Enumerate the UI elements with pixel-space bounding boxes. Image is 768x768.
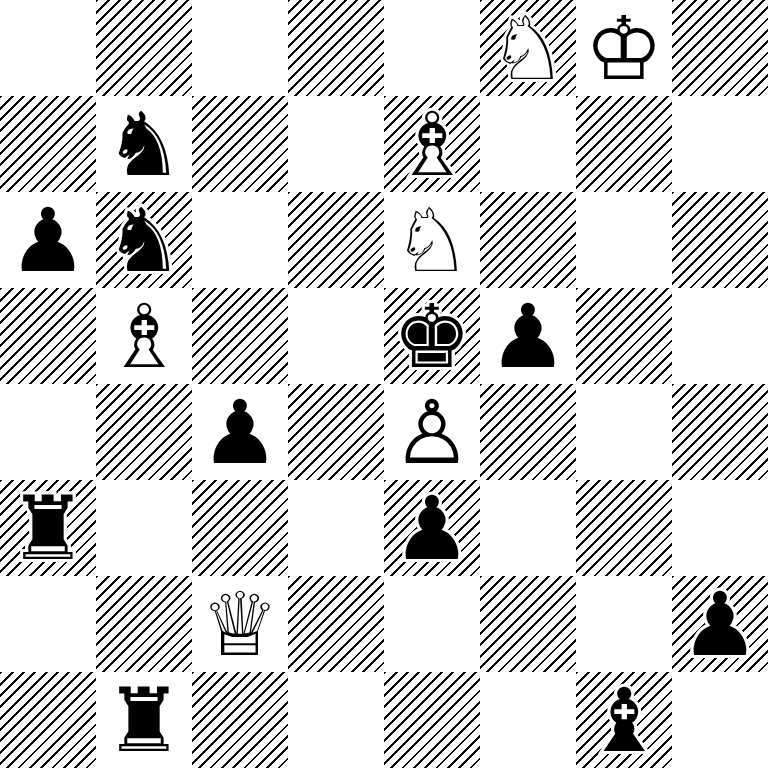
square-b5[interactable]	[96, 288, 192, 384]
square-h5[interactable]	[672, 288, 768, 384]
square-e5[interactable]	[384, 288, 480, 384]
square-d6[interactable]	[288, 192, 384, 288]
square-h7[interactable]	[672, 96, 768, 192]
square-d4[interactable]	[288, 384, 384, 480]
square-b7[interactable]	[96, 96, 192, 192]
white-bishop-b5[interactable]	[96, 288, 192, 384]
square-g3[interactable]	[576, 480, 672, 576]
white-pawn-e4[interactable]	[384, 384, 480, 480]
square-f2[interactable]	[480, 576, 576, 672]
chess-diagram	[0, 0, 768, 768]
square-c2[interactable]	[192, 576, 288, 672]
square-c6[interactable]	[192, 192, 288, 288]
square-h1[interactable]	[672, 672, 768, 768]
square-c3[interactable]	[192, 480, 288, 576]
square-b4[interactable]	[96, 384, 192, 480]
square-f8[interactable]	[480, 0, 576, 96]
square-a1[interactable]	[0, 672, 96, 768]
black-knight-b7[interactable]	[96, 96, 192, 192]
square-d2[interactable]	[288, 576, 384, 672]
square-e2[interactable]	[384, 576, 480, 672]
square-d5[interactable]	[288, 288, 384, 384]
square-g5[interactable]	[576, 288, 672, 384]
square-e7[interactable]	[384, 96, 480, 192]
square-c1[interactable]	[192, 672, 288, 768]
square-d3[interactable]	[288, 480, 384, 576]
square-g8[interactable]	[576, 0, 672, 96]
white-queen-c2[interactable]	[192, 576, 288, 672]
square-e8[interactable]	[384, 0, 480, 96]
white-knight-f8[interactable]	[480, 0, 576, 96]
square-b1[interactable]	[96, 672, 192, 768]
square-h8[interactable]	[672, 0, 768, 96]
square-f7[interactable]	[480, 96, 576, 192]
black-rook-a3[interactable]	[0, 480, 96, 576]
square-h6[interactable]	[672, 192, 768, 288]
square-f3[interactable]	[480, 480, 576, 576]
square-g2[interactable]	[576, 576, 672, 672]
square-g6[interactable]	[576, 192, 672, 288]
square-c8[interactable]	[192, 0, 288, 96]
square-d1[interactable]	[288, 672, 384, 768]
square-b8[interactable]	[96, 0, 192, 96]
square-h4[interactable]	[672, 384, 768, 480]
white-king-g8[interactable]	[576, 0, 672, 96]
square-g1[interactable]	[576, 672, 672, 768]
square-f4[interactable]	[480, 384, 576, 480]
black-pawn-e3[interactable]	[384, 480, 480, 576]
black-pawn-h2[interactable]	[672, 576, 768, 672]
square-c7[interactable]	[192, 96, 288, 192]
square-a5[interactable]	[0, 288, 96, 384]
square-a2[interactable]	[0, 576, 96, 672]
chess-board	[0, 0, 768, 768]
square-c4[interactable]	[192, 384, 288, 480]
square-a8[interactable]	[0, 0, 96, 96]
square-e1[interactable]	[384, 672, 480, 768]
black-bishop-g1[interactable]	[576, 672, 672, 768]
square-a7[interactable]	[0, 96, 96, 192]
square-f5[interactable]	[480, 288, 576, 384]
square-a6[interactable]	[0, 192, 96, 288]
white-knight-e6[interactable]	[384, 192, 480, 288]
black-rook-b1[interactable]	[96, 672, 192, 768]
square-f1[interactable]	[480, 672, 576, 768]
square-e3[interactable]	[384, 480, 480, 576]
square-b6[interactable]	[96, 192, 192, 288]
black-pawn-f5[interactable]	[480, 288, 576, 384]
square-b3[interactable]	[96, 480, 192, 576]
black-pawn-a6[interactable]	[0, 192, 96, 288]
square-b2[interactable]	[96, 576, 192, 672]
square-e6[interactable]	[384, 192, 480, 288]
black-king-e5[interactable]	[384, 288, 480, 384]
black-pawn-c4[interactable]	[192, 384, 288, 480]
square-e4[interactable]	[384, 384, 480, 480]
square-f6[interactable]	[480, 192, 576, 288]
white-bishop-e7[interactable]	[384, 96, 480, 192]
square-g4[interactable]	[576, 384, 672, 480]
square-a4[interactable]	[0, 384, 96, 480]
square-g7[interactable]	[576, 96, 672, 192]
square-a3[interactable]	[0, 480, 96, 576]
square-h2[interactable]	[672, 576, 768, 672]
square-h3[interactable]	[672, 480, 768, 576]
square-d8[interactable]	[288, 0, 384, 96]
black-knight-b6[interactable]	[96, 192, 192, 288]
square-d7[interactable]	[288, 96, 384, 192]
square-c5[interactable]	[192, 288, 288, 384]
